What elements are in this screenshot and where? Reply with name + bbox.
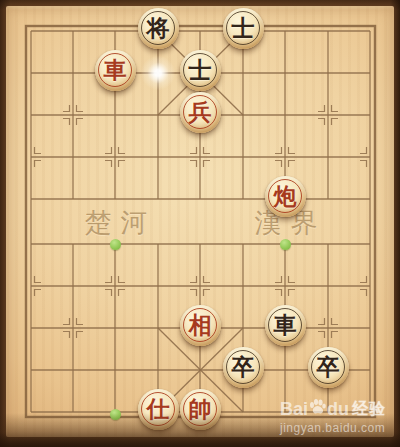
red-cannon[interactable]: 炮	[265, 176, 306, 217]
black-chariot[interactable]: 車	[265, 305, 306, 346]
xiangqi-board-screen: 楚河 漢界 将士車士兵炮相車卒卒仕帥 Bai du 经验 jingyan.bai…	[0, 0, 400, 447]
red-soldier[interactable]: 兵	[180, 92, 221, 133]
red-advisor-glyph: 仕	[147, 397, 170, 420]
red-elephant[interactable]: 相	[180, 305, 221, 346]
red-general-glyph: 帥	[189, 397, 212, 420]
last-move-green-dot	[110, 409, 121, 420]
black-soldier-glyph: 卒	[232, 355, 255, 378]
black-soldier[interactable]: 卒	[223, 347, 264, 388]
black-general-glyph: 将	[147, 16, 170, 39]
black-soldier-glyph: 卒	[317, 355, 340, 378]
red-soldier-glyph: 兵	[189, 100, 212, 123]
black-advisor[interactable]: 士	[223, 8, 264, 49]
red-elephant-glyph: 相	[189, 313, 212, 336]
red-general[interactable]: 帥	[180, 389, 221, 430]
river-label-chu-he: 楚河	[66, 206, 166, 240]
move-highlight-glow	[140, 55, 176, 91]
black-advisor-glyph: 士	[232, 16, 255, 39]
black-advisor-glyph: 士	[189, 58, 212, 81]
black-soldier[interactable]: 卒	[308, 347, 349, 388]
red-advisor[interactable]: 仕	[138, 389, 179, 430]
red-chariot-glyph: 車	[104, 58, 127, 81]
red-chariot[interactable]: 車	[95, 50, 136, 91]
red-cannon-glyph: 炮	[274, 184, 297, 207]
black-general[interactable]: 将	[138, 8, 179, 49]
last-move-green-dot	[110, 239, 121, 250]
last-move-green-dot	[280, 239, 291, 250]
black-advisor[interactable]: 士	[180, 50, 221, 91]
black-chariot-glyph: 車	[274, 313, 297, 336]
